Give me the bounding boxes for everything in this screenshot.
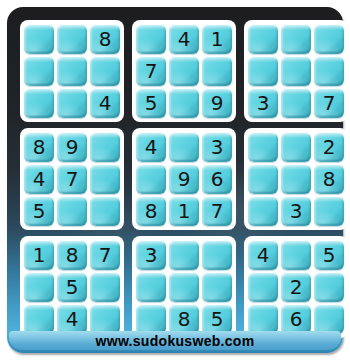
cell-r6-c4[interactable]: 8 bbox=[136, 196, 166, 226]
cell-r2-c9[interactable] bbox=[314, 56, 344, 86]
block-r3-c2: 385 bbox=[132, 236, 236, 338]
cell-r4-c2[interactable]: 9 bbox=[57, 132, 87, 162]
cell-r9-c4[interactable] bbox=[136, 304, 166, 334]
cell-r5-c1[interactable]: 4 bbox=[24, 164, 54, 194]
cell-r5-c2[interactable]: 7 bbox=[57, 164, 87, 194]
cell-r6-c7[interactable] bbox=[248, 196, 278, 226]
cell-r9-c6[interactable]: 5 bbox=[202, 304, 232, 334]
block-r2-c2: 4396817 bbox=[132, 128, 236, 230]
cell-r1-c1[interactable] bbox=[24, 24, 54, 54]
cell-r5-c3[interactable] bbox=[90, 164, 120, 194]
cell-r1-c3[interactable]: 8 bbox=[90, 24, 120, 54]
cell-r9-c3[interactable] bbox=[90, 304, 120, 334]
cell-r4-c8[interactable] bbox=[281, 132, 311, 162]
cell-r1-c4[interactable] bbox=[136, 24, 166, 54]
cell-r3-c5[interactable] bbox=[169, 88, 199, 118]
cell-r5-c7[interactable] bbox=[248, 164, 278, 194]
cell-r4-c7[interactable] bbox=[248, 132, 278, 162]
cell-r9-c8[interactable]: 6 bbox=[281, 304, 311, 334]
cell-r3-c2[interactable] bbox=[57, 88, 87, 118]
cell-r7-c4[interactable]: 3 bbox=[136, 240, 166, 270]
cell-r7-c8[interactable] bbox=[281, 240, 311, 270]
cell-r8-c6[interactable] bbox=[202, 272, 232, 302]
cell-r1-c2[interactable] bbox=[57, 24, 87, 54]
cell-r6-c5[interactable]: 1 bbox=[169, 196, 199, 226]
block-r2-c3: 283 bbox=[244, 128, 348, 230]
cell-r1-c5[interactable]: 4 bbox=[169, 24, 199, 54]
cell-r4-c4[interactable]: 4 bbox=[136, 132, 166, 162]
cell-r4-c5[interactable] bbox=[169, 132, 199, 162]
cell-r2-c5[interactable] bbox=[169, 56, 199, 86]
cell-r7-c5[interactable] bbox=[169, 240, 199, 270]
cell-r6-c2[interactable] bbox=[57, 196, 87, 226]
cell-r9-c2[interactable]: 4 bbox=[57, 304, 87, 334]
cell-r1-c9[interactable] bbox=[314, 24, 344, 54]
board-frame: 844175937894754396817283187543854526 www… bbox=[7, 7, 343, 353]
cell-r8-c4[interactable] bbox=[136, 272, 166, 302]
block-r3-c1: 18754 bbox=[20, 236, 124, 338]
cell-r5-c5[interactable]: 9 bbox=[169, 164, 199, 194]
cell-r5-c4[interactable] bbox=[136, 164, 166, 194]
cell-r6-c6[interactable]: 7 bbox=[202, 196, 232, 226]
cell-r9-c7[interactable] bbox=[248, 304, 278, 334]
cell-r6-c8[interactable]: 3 bbox=[281, 196, 311, 226]
block-r1-c2: 41759 bbox=[132, 20, 236, 122]
cell-r3-c4[interactable]: 5 bbox=[136, 88, 166, 118]
cell-r4-c3[interactable] bbox=[90, 132, 120, 162]
cell-r8-c5[interactable] bbox=[169, 272, 199, 302]
cell-r7-c2[interactable]: 8 bbox=[57, 240, 87, 270]
cell-r5-c8[interactable] bbox=[281, 164, 311, 194]
cell-r4-c6[interactable]: 3 bbox=[202, 132, 232, 162]
cell-r4-c1[interactable]: 8 bbox=[24, 132, 54, 162]
cell-r2-c8[interactable] bbox=[281, 56, 311, 86]
cell-r8-c3[interactable] bbox=[90, 272, 120, 302]
block-r3-c3: 4526 bbox=[244, 236, 348, 338]
cell-r2-c7[interactable] bbox=[248, 56, 278, 86]
cell-r6-c3[interactable] bbox=[90, 196, 120, 226]
cell-r7-c1[interactable]: 1 bbox=[24, 240, 54, 270]
cell-r9-c9[interactable] bbox=[314, 304, 344, 334]
cell-r8-c9[interactable] bbox=[314, 272, 344, 302]
cell-r3-c9[interactable]: 7 bbox=[314, 88, 344, 118]
cell-r3-c7[interactable]: 3 bbox=[248, 88, 278, 118]
block-r2-c1: 89475 bbox=[20, 128, 124, 230]
cell-r2-c3[interactable] bbox=[90, 56, 120, 86]
cell-r8-c7[interactable] bbox=[248, 272, 278, 302]
cell-r1-c7[interactable] bbox=[248, 24, 278, 54]
cell-r7-c7[interactable]: 4 bbox=[248, 240, 278, 270]
cell-r1-c8[interactable] bbox=[281, 24, 311, 54]
cell-r7-c6[interactable] bbox=[202, 240, 232, 270]
cell-r2-c2[interactable] bbox=[57, 56, 87, 86]
cell-r2-c1[interactable] bbox=[24, 56, 54, 86]
sudoku-board: 844175937894754396817283187543854526 bbox=[20, 20, 348, 338]
cell-r3-c8[interactable] bbox=[281, 88, 311, 118]
cell-r2-c4[interactable]: 7 bbox=[136, 56, 166, 86]
cell-r8-c1[interactable] bbox=[24, 272, 54, 302]
cell-r3-c6[interactable]: 9 bbox=[202, 88, 232, 118]
cell-r1-c6[interactable]: 1 bbox=[202, 24, 232, 54]
cell-r3-c3[interactable]: 4 bbox=[90, 88, 120, 118]
cell-r6-c1[interactable]: 5 bbox=[24, 196, 54, 226]
cell-r9-c5[interactable]: 8 bbox=[169, 304, 199, 334]
cell-r5-c6[interactable]: 6 bbox=[202, 164, 232, 194]
cell-r8-c8[interactable]: 2 bbox=[281, 272, 311, 302]
footer-bar: www.sudokusweb.com bbox=[9, 331, 341, 350]
cell-r7-c3[interactable]: 7 bbox=[90, 240, 120, 270]
cell-r8-c2[interactable]: 5 bbox=[57, 272, 87, 302]
cell-r2-c6[interactable] bbox=[202, 56, 232, 86]
cell-r9-c1[interactable] bbox=[24, 304, 54, 334]
cell-r5-c9[interactable]: 8 bbox=[314, 164, 344, 194]
cell-r7-c9[interactable]: 5 bbox=[314, 240, 344, 270]
block-r1-c3: 37 bbox=[244, 20, 348, 122]
cell-r4-c9[interactable]: 2 bbox=[314, 132, 344, 162]
cell-r6-c9[interactable] bbox=[314, 196, 344, 226]
website-link[interactable]: www.sudokusweb.com bbox=[96, 333, 255, 349]
block-r1-c1: 84 bbox=[20, 20, 124, 122]
cell-r3-c1[interactable] bbox=[24, 88, 54, 118]
